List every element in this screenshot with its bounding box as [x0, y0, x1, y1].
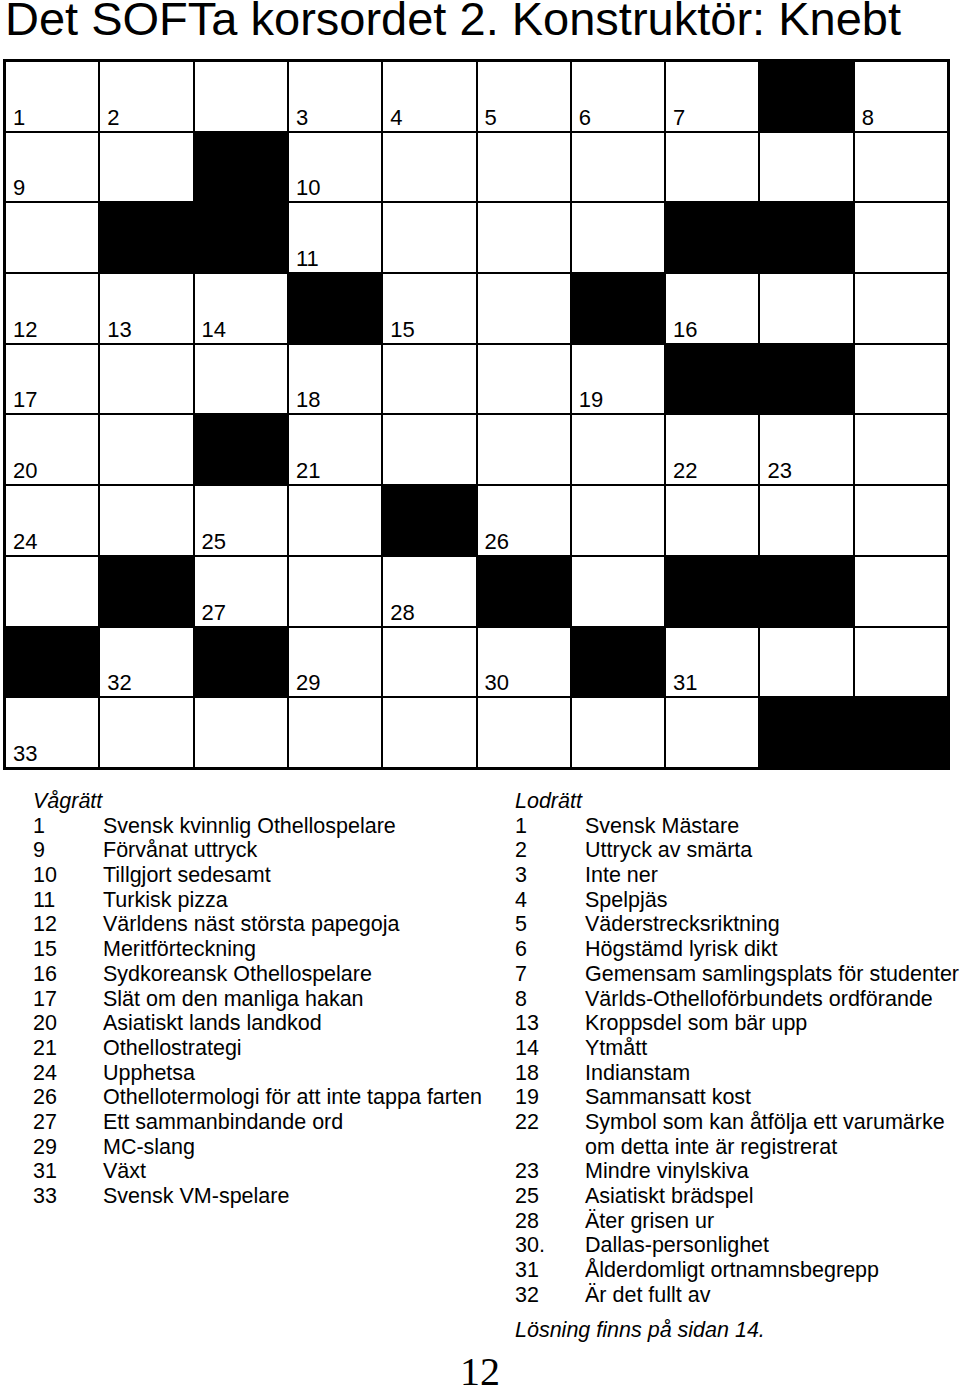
grid-cell[interactable]: 9 — [6, 133, 98, 202]
clue-number: 1 — [515, 814, 585, 839]
grid-cell[interactable]: 10 — [289, 133, 381, 202]
crossword-page: Det SOFTa korsordet 2. Konstruktör: Kneb… — [0, 0, 960, 1388]
grid-cell[interactable]: 20 — [6, 415, 98, 484]
cell-number: 23 — [767, 460, 791, 482]
grid-cell[interactable] — [666, 486, 758, 555]
clue-text: Världs-Othelloförbundets ordförande — [585, 987, 933, 1012]
grid-cell[interactable] — [383, 628, 475, 697]
grid-cell[interactable]: 5 — [478, 62, 570, 131]
cell-number: 32 — [107, 672, 131, 694]
grid-cell[interactable]: 17 — [6, 345, 98, 414]
clue-text: Turkisk pizza — [103, 888, 228, 913]
cell-number: 11 — [296, 248, 319, 270]
grid-cell[interactable]: 7 — [666, 62, 758, 131]
clue-item: 20Asiatiskt lands landkod — [33, 1011, 511, 1036]
cell-number: 15 — [390, 319, 414, 341]
crossword-grid: 1234567891011121314151617181920212223242… — [3, 59, 950, 770]
grid-cell[interactable]: 32 — [100, 628, 192, 697]
grid-cell[interactable] — [478, 133, 570, 202]
clue-number: 3 — [515, 863, 585, 888]
grid-cell[interactable]: 15 — [383, 274, 475, 343]
grid-cell[interactable] — [572, 486, 664, 555]
clue-text: Svensk kvinnlig Othellospelare — [103, 814, 396, 839]
clue-text: Meritförteckning — [103, 937, 256, 962]
grid-cell[interactable] — [855, 628, 947, 697]
grid-cell[interactable]: 28 — [383, 557, 475, 626]
clue-text: Väderstrecksriktning — [585, 912, 780, 937]
clue-number: 17 — [33, 987, 103, 1012]
grid-cell-black — [760, 62, 852, 131]
clue-number: 27 — [33, 1110, 103, 1135]
cell-number: 14 — [202, 319, 226, 341]
clue-number: 24 — [33, 1061, 103, 1086]
clue-number: 33 — [33, 1184, 103, 1209]
clue-item: 25Asiatiskt brädspel — [515, 1184, 960, 1209]
clue-item: 31Växt — [33, 1159, 511, 1184]
grid-cell[interactable] — [760, 133, 852, 202]
clue-text: Högstämd lyrisk dikt — [585, 937, 777, 962]
clue-item: 12Världens näst största papegoja — [33, 912, 511, 937]
grid-cell[interactable] — [855, 274, 947, 343]
clue-text: Kroppsdel som bär upp — [585, 1011, 807, 1036]
grid-cell[interactable]: 24 — [6, 486, 98, 555]
grid-cell[interactable]: 29 — [289, 628, 381, 697]
grid-cell[interactable]: 31 — [666, 628, 758, 697]
grid-cell[interactable] — [100, 133, 192, 202]
cell-number: 28 — [390, 602, 414, 624]
grid-cell[interactable] — [572, 557, 664, 626]
grid-cell-black — [289, 274, 381, 343]
clue-text: Slät om den manliga hakan — [103, 987, 364, 1012]
clue-item: 3Inte ner — [515, 863, 960, 888]
clue-number: 32 — [515, 1283, 585, 1308]
clue-item: 19Sammansatt kost — [515, 1085, 960, 1110]
grid-cell-black — [478, 557, 570, 626]
clue-item: 32Är det fullt av — [515, 1283, 960, 1308]
grid-cell[interactable] — [478, 274, 570, 343]
clue-text: om detta inte är registrerat — [585, 1135, 837, 1160]
grid-cell-black — [572, 274, 664, 343]
page-title: Det SOFTa korsordet 2. Konstruktör: Kneb… — [5, 0, 901, 45]
clue-number: 6 — [515, 937, 585, 962]
grid-cell-black — [760, 345, 852, 414]
clue-text: Förvånat uttryck — [103, 838, 257, 863]
clue-text: MC-slang — [103, 1135, 195, 1160]
grid-cell[interactable]: 21 — [289, 415, 381, 484]
cell-number: 30 — [485, 672, 509, 694]
grid-cell-black — [666, 203, 758, 272]
clue-text: Inte ner — [585, 863, 658, 888]
clue-text: Världens näst största papegoja — [103, 912, 399, 937]
clue-item: 13Kroppsdel som bär upp — [515, 1011, 960, 1036]
clue-text: Är det fullt av — [585, 1283, 710, 1308]
grid-cell[interactable] — [383, 415, 475, 484]
clue-number — [515, 1135, 585, 1160]
cell-number: 16 — [673, 319, 697, 341]
clues-across-list: 1Svensk kvinnlig Othellospelare9Förvånat… — [33, 814, 511, 1209]
grid-cell[interactable]: 26 — [478, 486, 570, 555]
clue-item: 7Gemensam samlingsplats för studenter — [515, 962, 960, 987]
clue-text: Symbol som kan åtfölja ett varumärke — [585, 1110, 945, 1135]
grid-cell[interactable] — [383, 203, 475, 272]
grid-cell-black — [100, 557, 192, 626]
grid-cell-black — [760, 557, 852, 626]
clue-item: 21Othellostrategi — [33, 1036, 511, 1061]
cell-number: 7 — [673, 107, 685, 129]
clue-number: 1 — [33, 814, 103, 839]
grid-cell[interactable] — [100, 345, 192, 414]
clue-text: Ytmått — [585, 1036, 647, 1061]
clue-text: Mindre vinylskiva — [585, 1159, 749, 1184]
cell-number: 13 — [107, 319, 131, 341]
grid-cell[interactable] — [855, 203, 947, 272]
clues-down-section: Lodrätt 1Svensk Mästare2Uttryck av smärt… — [515, 789, 960, 1307]
grid-cell[interactable] — [195, 345, 287, 414]
grid-cell[interactable] — [383, 698, 475, 767]
grid-cell[interactable]: 3 — [289, 62, 381, 131]
clues-across-header: Vågrätt — [33, 789, 511, 814]
clue-number: 18 — [515, 1061, 585, 1086]
clue-text: Spelpjäs — [585, 888, 667, 913]
clues-across-section: Vågrätt 1Svensk kvinnlig Othellospelare9… — [33, 789, 511, 1209]
clue-text: Tillgjort sedesamt — [103, 863, 271, 888]
clue-number: 15 — [33, 937, 103, 962]
cell-number: 31 — [673, 672, 697, 694]
cell-number: 21 — [296, 460, 320, 482]
cell-number: 33 — [13, 743, 37, 765]
grid-cell[interactable]: 2 — [100, 62, 192, 131]
grid-cell[interactable] — [760, 274, 852, 343]
grid-cell[interactable] — [383, 345, 475, 414]
grid-cell-black — [666, 345, 758, 414]
grid-cell[interactable] — [760, 486, 852, 555]
clue-text: Othellostrategi — [103, 1036, 242, 1061]
grid-cell-black — [6, 628, 98, 697]
cell-number: 24 — [13, 531, 37, 553]
grid-cell[interactable]: 14 — [195, 274, 287, 343]
clue-number: 20 — [33, 1011, 103, 1036]
clue-number: 12 — [33, 912, 103, 937]
clue-item: 33Svensk VM-spelare — [33, 1184, 511, 1209]
clue-number: 5 — [515, 912, 585, 937]
clue-number: 2 — [515, 838, 585, 863]
clue-number: 8 — [515, 987, 585, 1012]
grid-cell[interactable] — [6, 557, 98, 626]
cell-number: 8 — [862, 107, 874, 129]
grid-cell[interactable] — [195, 698, 287, 767]
grid-cell[interactable] — [100, 415, 192, 484]
grid-cell[interactable] — [289, 557, 381, 626]
clue-item: 8Världs-Othelloförbundets ordförande — [515, 987, 960, 1012]
clue-number: 30. — [515, 1233, 585, 1258]
cell-number: 1 — [13, 107, 25, 129]
grid-cell[interactable]: 30 — [478, 628, 570, 697]
clue-text: Växt — [103, 1159, 146, 1184]
grid-cell-black — [383, 486, 475, 555]
grid-cell[interactable] — [289, 698, 381, 767]
grid-cell[interactable]: 18 — [289, 345, 381, 414]
clue-item: 23Mindre vinylskiva — [515, 1159, 960, 1184]
clue-item: 22Symbol som kan åtfölja ett varumärke — [515, 1110, 960, 1135]
clue-number: 14 — [515, 1036, 585, 1061]
grid-cell[interactable] — [195, 62, 287, 131]
grid-cell[interactable] — [478, 203, 570, 272]
solution-note: Lösning finns på sidan 14. — [515, 1318, 765, 1343]
grid-cell[interactable]: 27 — [195, 557, 287, 626]
clue-number: 7 — [515, 962, 585, 987]
grid-cell[interactable] — [855, 415, 947, 484]
grid-cell[interactable] — [572, 203, 664, 272]
clue-item: 18Indianstam — [515, 1061, 960, 1086]
clue-text: Asiatiskt lands landkod — [103, 1011, 322, 1036]
cell-number: 6 — [579, 107, 591, 129]
clue-text: Sammansatt kost — [585, 1085, 751, 1110]
grid-cell[interactable] — [855, 345, 947, 414]
clue-item: 16Sydkoreansk Othellospelare — [33, 962, 511, 987]
grid-cell[interactable]: 13 — [100, 274, 192, 343]
clue-item: 1Svensk kvinnlig Othellospelare — [33, 814, 511, 839]
clue-text: Dallas-personlighet — [585, 1233, 769, 1258]
clue-number: 9 — [33, 838, 103, 863]
clue-number: 11 — [33, 888, 103, 913]
clue-number: 16 — [33, 962, 103, 987]
grid-cell[interactable] — [666, 133, 758, 202]
cell-number: 9 — [13, 177, 25, 199]
clue-item: 17Slät om den manliga hakan — [33, 987, 511, 1012]
grid-cell-black — [100, 203, 192, 272]
grid-cell[interactable]: 4 — [383, 62, 475, 131]
clue-text: Sydkoreansk Othellospelare — [103, 962, 372, 987]
grid-cell[interactable] — [100, 698, 192, 767]
grid-cell[interactable]: 19 — [572, 345, 664, 414]
grid-cell-black — [195, 133, 287, 202]
clue-text: Svensk VM-spelare — [103, 1184, 289, 1209]
cell-number: 2 — [107, 107, 119, 129]
page-number: 12 — [0, 1352, 960, 1388]
grid-cell[interactable] — [855, 557, 947, 626]
clue-number: 31 — [33, 1159, 103, 1184]
clue-item: 10Tillgjort sedesamt — [33, 863, 511, 888]
grid-cell-black — [666, 557, 758, 626]
clue-number: 13 — [515, 1011, 585, 1036]
grid-cell[interactable] — [572, 415, 664, 484]
grid-cell[interactable] — [289, 486, 381, 555]
clue-item: 11Turkisk pizza — [33, 888, 511, 913]
cell-number: 5 — [485, 107, 497, 129]
grid-cell[interactable] — [478, 698, 570, 767]
cell-number: 12 — [13, 319, 37, 341]
grid-cell[interactable]: 16 — [666, 274, 758, 343]
clue-text: Othellotermologi för att inte tappa fart… — [103, 1085, 482, 1110]
grid-cell-black — [855, 698, 947, 767]
clue-item: 30.Dallas-personlighet — [515, 1233, 960, 1258]
grid-cell[interactable]: 33 — [6, 698, 98, 767]
grid-cell[interactable]: 11 — [289, 203, 381, 272]
grid-cell[interactable] — [572, 698, 664, 767]
cell-number: 27 — [202, 602, 226, 624]
clue-text: Ett sammanbindande ord — [103, 1110, 343, 1135]
clue-text: Uttryck av smärta — [585, 838, 752, 863]
grid-cell[interactable] — [383, 133, 475, 202]
clue-item: om detta inte är registrerat — [515, 1135, 960, 1160]
cell-number: 10 — [296, 177, 320, 199]
clue-item: 28Äter grisen ur — [515, 1209, 960, 1234]
clue-item: 27Ett sammanbindande ord — [33, 1110, 511, 1135]
cell-number: 26 — [485, 531, 509, 553]
clue-item: 9Förvånat uttryck — [33, 838, 511, 863]
clue-number: 29 — [33, 1135, 103, 1160]
clue-text: Gemensam samlingsplats för studenter — [585, 962, 959, 987]
grid-cell[interactable]: 25 — [195, 486, 287, 555]
clue-item: 5Väderstrecksriktning — [515, 912, 960, 937]
grid-cell[interactable]: 23 — [760, 415, 852, 484]
clue-number: 21 — [33, 1036, 103, 1061]
cell-number: 17 — [13, 389, 37, 411]
clue-item: 24Upphetsa — [33, 1061, 511, 1086]
grid-cell[interactable] — [478, 345, 570, 414]
clue-text: Upphetsa — [103, 1061, 195, 1086]
clue-item: 2Uttryck av smärta — [515, 838, 960, 863]
clue-item: 15Meritförteckning — [33, 937, 511, 962]
cell-number: 29 — [296, 672, 320, 694]
grid-cell-black — [572, 628, 664, 697]
clue-text: Asiatiskt brädspel — [585, 1184, 754, 1209]
grid-cell[interactable] — [6, 203, 98, 272]
clue-number: 28 — [515, 1209, 585, 1234]
clue-item: 1Svensk Mästare — [515, 814, 960, 839]
grid-cell[interactable]: 1 — [6, 62, 98, 131]
grid-cell-black — [760, 698, 852, 767]
clue-item: 31Ålderdomligt ortnamnsbegrepp — [515, 1258, 960, 1283]
cell-number: 19 — [579, 389, 603, 411]
clue-number: 31 — [515, 1258, 585, 1283]
cell-number: 22 — [673, 460, 697, 482]
clue-number: 23 — [515, 1159, 585, 1184]
clue-item: 4Spelpjäs — [515, 888, 960, 913]
grid-cell-black — [760, 203, 852, 272]
grid-cell[interactable] — [666, 698, 758, 767]
clue-text: Svensk Mästare — [585, 814, 739, 839]
cell-number: 25 — [202, 531, 226, 553]
clue-text: Ålderdomligt ortnamnsbegrepp — [585, 1258, 879, 1283]
grid-cell[interactable] — [855, 486, 947, 555]
grid-cell[interactable]: 12 — [6, 274, 98, 343]
cell-number: 3 — [296, 107, 308, 129]
grid-cell-black — [195, 203, 287, 272]
clue-item: 29MC-slang — [33, 1135, 511, 1160]
clue-number: 22 — [515, 1110, 585, 1135]
grid-cell[interactable]: 6 — [572, 62, 664, 131]
grid-cell[interactable] — [478, 415, 570, 484]
clue-text: Äter grisen ur — [585, 1209, 714, 1234]
grid-cell[interactable]: 22 — [666, 415, 758, 484]
grid-cell[interactable] — [572, 133, 664, 202]
clue-number: 4 — [515, 888, 585, 913]
clues-down-list: 1Svensk Mästare2Uttryck av smärta3Inte n… — [515, 814, 960, 1308]
clue-number: 10 — [33, 863, 103, 888]
cell-number: 18 — [296, 389, 320, 411]
clue-number: 19 — [515, 1085, 585, 1110]
clue-item: 26Othellotermologi för att inte tappa fa… — [33, 1085, 511, 1110]
clues-down-header: Lodrätt — [515, 789, 960, 814]
clue-item: 6Högstämd lyrisk dikt — [515, 937, 960, 962]
grid-cell-black — [195, 628, 287, 697]
clue-number: 26 — [33, 1085, 103, 1110]
clue-text: Indianstam — [585, 1061, 690, 1086]
grid-cell[interactable] — [100, 486, 192, 555]
cell-number: 4 — [390, 107, 402, 129]
clue-number: 25 — [515, 1184, 585, 1209]
grid-cell[interactable]: 8 — [855, 62, 947, 131]
grid-cell-black — [195, 415, 287, 484]
clue-item: 14Ytmått — [515, 1036, 960, 1061]
grid-cell[interactable] — [760, 628, 852, 697]
grid-cell[interactable] — [855, 133, 947, 202]
cell-number: 20 — [13, 460, 37, 482]
